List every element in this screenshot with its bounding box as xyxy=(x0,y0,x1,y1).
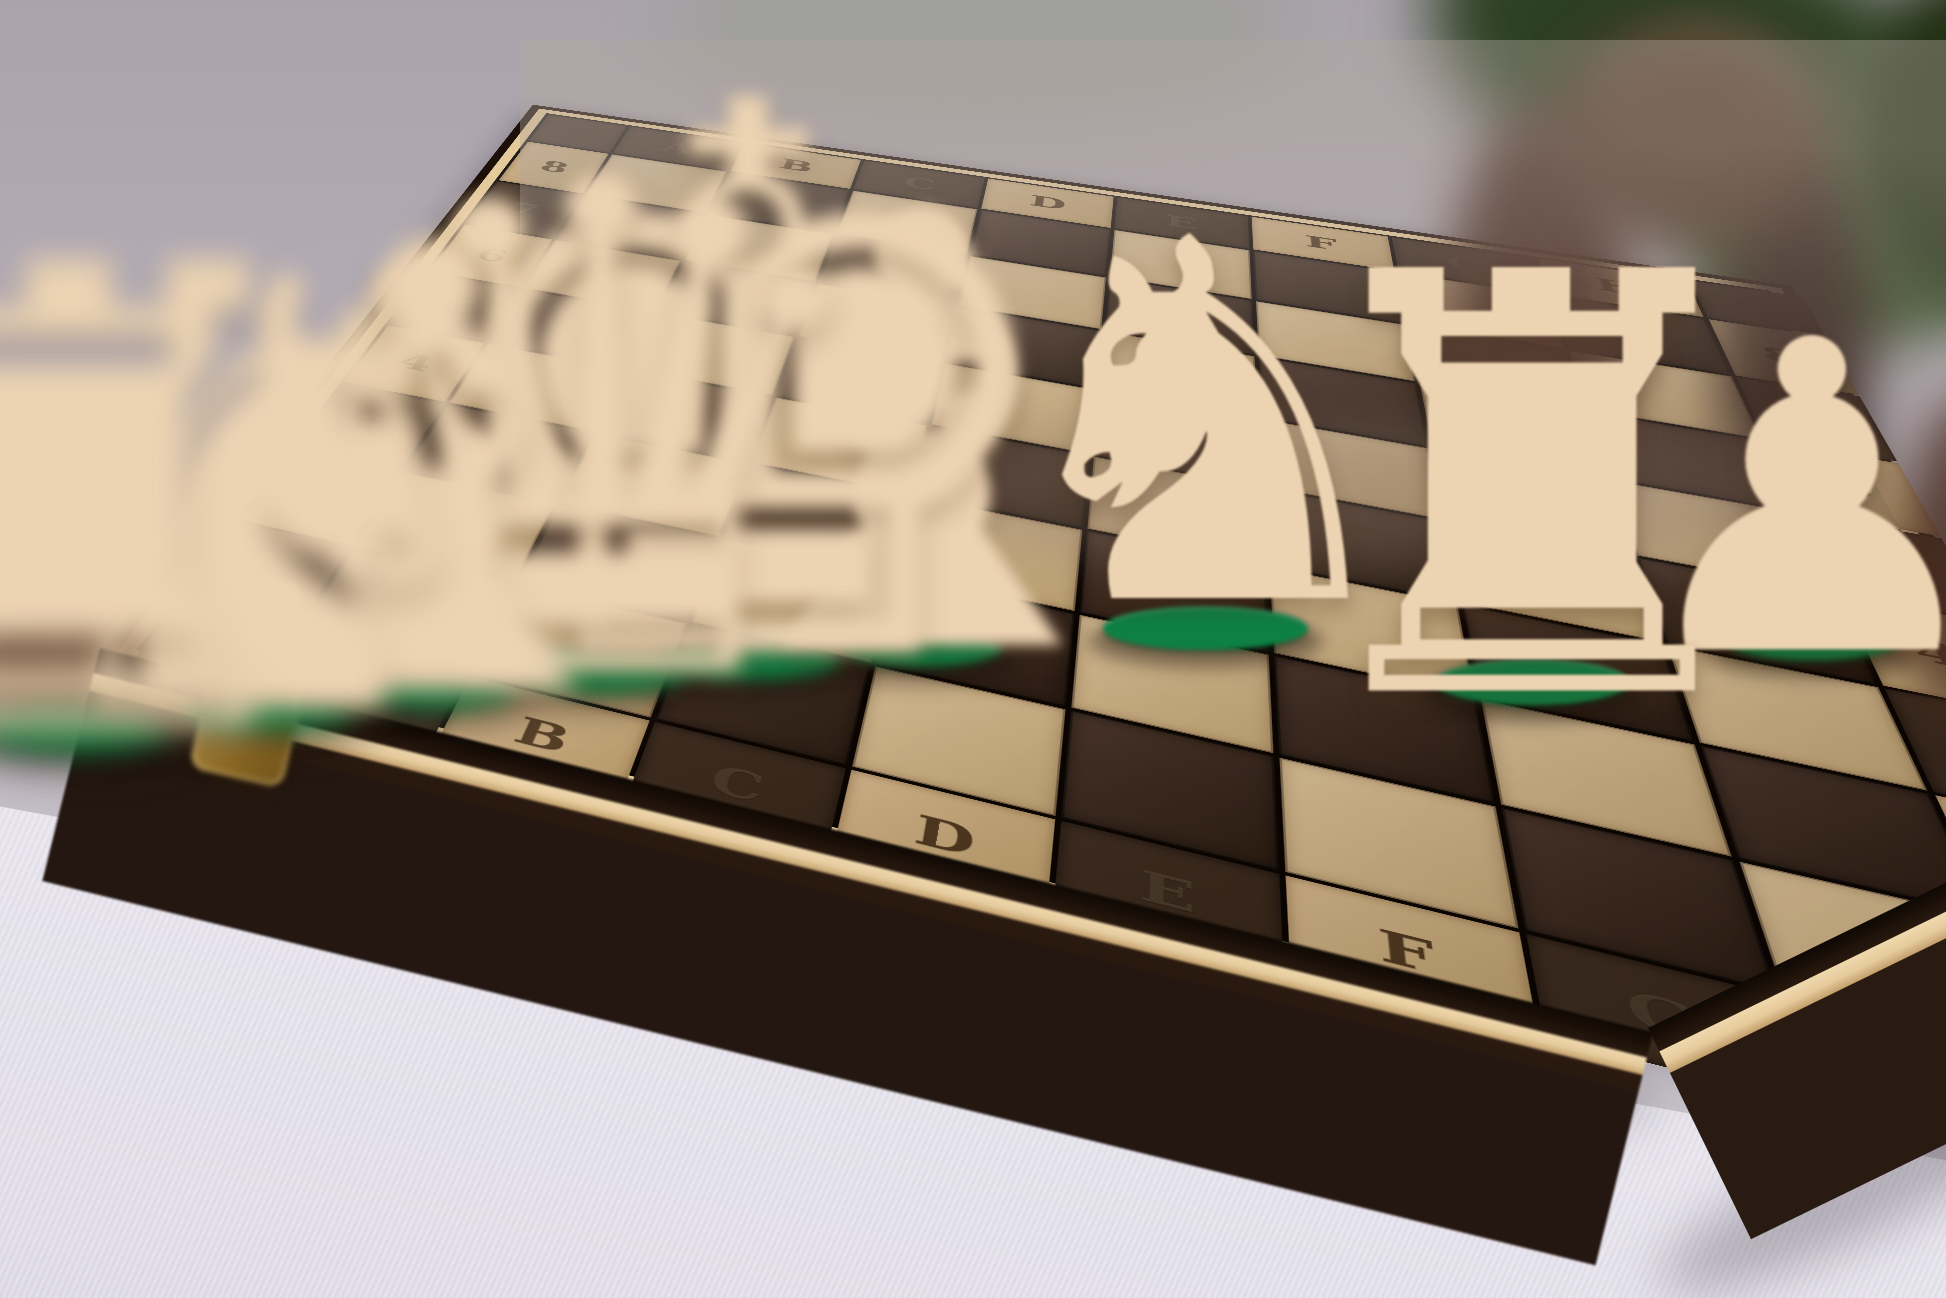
photo-scene: ABCDEFGH8877665544332211ABCDEFGH ♜♞♝♛♚♝♞… xyxy=(0,0,1946,1298)
white-rook-a1[interactable]: ♜ xyxy=(0,185,390,825)
foliage-highlight xyxy=(1600,30,1800,170)
